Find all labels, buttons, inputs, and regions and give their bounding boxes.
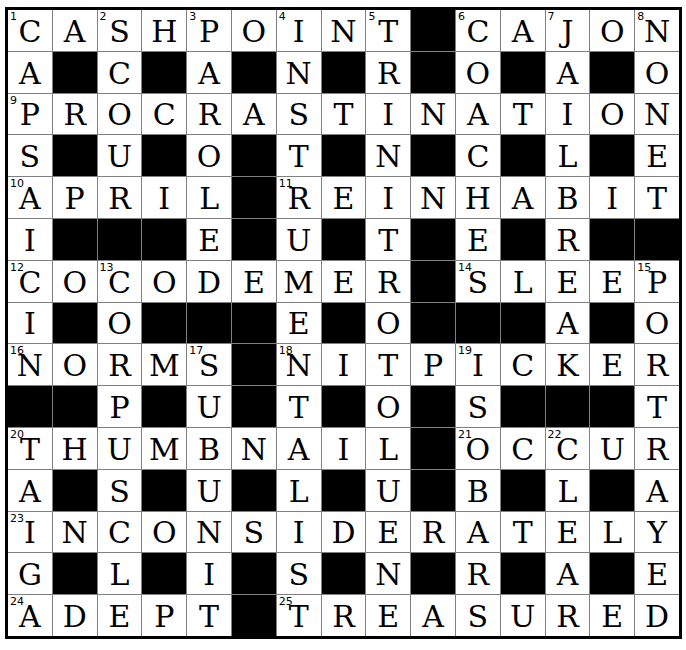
cell-r2c11[interactable]: O bbox=[456, 52, 500, 93]
cell-letter-r4c11: C bbox=[466, 142, 489, 172]
cell-r12c7[interactable]: L bbox=[277, 470, 321, 511]
cell-r1c11[interactable]: 6C bbox=[456, 10, 500, 51]
cell-r13c4[interactable]: O bbox=[142, 512, 186, 553]
black-cell-r4c6 bbox=[232, 135, 276, 176]
cell-r7c5[interactable]: D bbox=[187, 261, 231, 302]
cell-r5c14[interactable]: I bbox=[590, 177, 634, 218]
cell-r1c12[interactable]: A bbox=[501, 10, 545, 51]
cell-letter-r14c15: E bbox=[646, 560, 668, 590]
cell-letter-r1c2: A bbox=[64, 17, 86, 47]
cell-letter-r3c2: R bbox=[63, 100, 86, 130]
cell-r7c2[interactable]: O bbox=[53, 261, 97, 302]
cell-r7c7[interactable]: M bbox=[277, 261, 321, 302]
cell-r6c11[interactable]: E bbox=[456, 219, 500, 260]
clue-number-16: 16 bbox=[10, 345, 24, 356]
cell-r15c1[interactable]: 24A bbox=[8, 595, 52, 636]
cell-r12c13[interactable]: L bbox=[546, 470, 590, 511]
clue-number-13: 13 bbox=[100, 262, 114, 273]
cell-r7c14[interactable]: E bbox=[590, 261, 634, 302]
cell-r3c15[interactable]: N bbox=[635, 94, 679, 135]
black-cell-r14c2 bbox=[53, 553, 97, 594]
black-cell-r5c6 bbox=[232, 177, 276, 218]
cell-r6c13[interactable]: R bbox=[546, 219, 590, 260]
cell-r3c12[interactable]: T bbox=[501, 94, 545, 135]
cell-r5c12[interactable]: A bbox=[501, 177, 545, 218]
cell-r10c9[interactable]: O bbox=[366, 386, 410, 427]
cell-r10c11[interactable]: S bbox=[456, 386, 500, 427]
cell-letter-r7c13: E bbox=[557, 268, 579, 298]
cell-r9c1[interactable]: 16N bbox=[8, 344, 52, 385]
black-cell-r8c2 bbox=[53, 303, 97, 344]
clue-number-3: 3 bbox=[189, 11, 196, 22]
cell-r11c12[interactable]: C bbox=[501, 428, 545, 469]
cell-r5c3[interactable]: R bbox=[98, 177, 142, 218]
cell-r13c13[interactable]: E bbox=[546, 512, 590, 553]
cell-r1c5[interactable]: 3P bbox=[187, 10, 231, 51]
cell-r5c9[interactable]: I bbox=[366, 177, 410, 218]
cell-r4c3[interactable]: U bbox=[98, 135, 142, 176]
clue-number-18: 18 bbox=[279, 345, 293, 356]
cell-r5c5[interactable]: L bbox=[187, 177, 231, 218]
cell-letter-r2c1: A bbox=[19, 59, 41, 89]
clue-number-12: 12 bbox=[10, 262, 24, 273]
cell-r13c10[interactable]: R bbox=[411, 512, 455, 553]
cell-letter-r13c1: I bbox=[24, 518, 36, 548]
cell-letter-r10c11: S bbox=[468, 393, 489, 423]
cell-letter-r8c7: E bbox=[288, 309, 310, 339]
cell-r7c11[interactable]: 14S bbox=[456, 261, 500, 302]
cell-r13c15[interactable]: Y bbox=[635, 512, 679, 553]
cell-letter-r6c9: T bbox=[378, 226, 398, 256]
black-cell-r12c4 bbox=[142, 470, 186, 511]
cell-letter-r13c13: E bbox=[557, 518, 579, 548]
cell-r4c15[interactable]: E bbox=[635, 135, 679, 176]
cell-r3c14[interactable]: O bbox=[590, 94, 634, 135]
cell-letter-r6c5: E bbox=[198, 226, 220, 256]
cell-letter-r5c5: L bbox=[199, 184, 219, 214]
cell-r5c7[interactable]: 11R bbox=[277, 177, 321, 218]
cell-r11c6[interactable]: N bbox=[232, 428, 276, 469]
cell-r13c2[interactable]: N bbox=[53, 512, 97, 553]
cell-r14c9[interactable]: N bbox=[366, 553, 410, 594]
cell-r1c1[interactable]: 1C bbox=[8, 10, 52, 51]
cell-letter-r9c14: E bbox=[601, 351, 623, 381]
cell-r3c2[interactable]: R bbox=[53, 94, 97, 135]
cell-r9c14[interactable]: E bbox=[590, 344, 634, 385]
cell-r12c3[interactable]: S bbox=[98, 470, 142, 511]
cell-r3c3[interactable]: O bbox=[98, 94, 142, 135]
cell-r1c8[interactable]: N bbox=[322, 10, 366, 51]
cell-r6c5[interactable]: E bbox=[187, 219, 231, 260]
cell-r3c7[interactable]: S bbox=[277, 94, 321, 135]
clue-number-5: 5 bbox=[368, 11, 375, 22]
cell-letter-r11c9: L bbox=[378, 435, 398, 465]
cell-letter-r3c12: T bbox=[513, 100, 533, 130]
cell-r13c12[interactable]: T bbox=[501, 512, 545, 553]
cell-r13c11[interactable]: A bbox=[456, 512, 500, 553]
cell-letter-r7c7: M bbox=[283, 268, 314, 298]
black-cell-r6c14 bbox=[590, 219, 634, 260]
cell-r2c1[interactable]: A bbox=[8, 52, 52, 93]
cell-r4c13[interactable]: L bbox=[546, 135, 590, 176]
cell-r12c9[interactable]: U bbox=[366, 470, 410, 511]
black-cell-r8c11 bbox=[456, 303, 500, 344]
cell-r9c15[interactable]: R bbox=[635, 344, 679, 385]
cell-r5c1[interactable]: 10A bbox=[8, 177, 52, 218]
cell-letter-r1c1: C bbox=[18, 17, 41, 47]
cell-letter-r1c11: C bbox=[466, 17, 489, 47]
cell-r15c11[interactable]: S bbox=[456, 595, 500, 636]
cell-letter-r13c7: I bbox=[293, 518, 305, 548]
cell-letter-r13c6: S bbox=[244, 518, 265, 548]
cell-letter-r2c13: A bbox=[557, 59, 579, 89]
cell-letter-r1c12: A bbox=[512, 17, 534, 47]
cell-r5c2[interactable]: P bbox=[53, 177, 97, 218]
cell-letter-r14c11: R bbox=[467, 560, 490, 590]
cell-r9c10[interactable]: P bbox=[411, 344, 455, 385]
cell-r11c2[interactable]: H bbox=[53, 428, 97, 469]
cell-letter-r8c15: O bbox=[645, 309, 670, 339]
cell-r5c8[interactable]: E bbox=[322, 177, 366, 218]
black-cell-r12c10 bbox=[411, 470, 455, 511]
cell-letter-r9c3: R bbox=[108, 351, 131, 381]
cell-r1c7[interactable]: 4I bbox=[277, 10, 321, 51]
cell-r4c1[interactable]: S bbox=[8, 135, 52, 176]
cell-r2c13[interactable]: A bbox=[546, 52, 590, 93]
cell-r3c9[interactable]: I bbox=[366, 94, 410, 135]
cell-r11c3[interactable]: U bbox=[98, 428, 142, 469]
cell-letter-r3c10: N bbox=[420, 100, 446, 130]
cell-letter-r14c9: N bbox=[375, 560, 401, 590]
cell-letter-r7c4: O bbox=[152, 268, 177, 298]
cell-r15c7[interactable]: 25T bbox=[277, 595, 321, 636]
cell-letter-r9c11: I bbox=[472, 351, 484, 381]
cell-r9c9[interactable]: T bbox=[366, 344, 410, 385]
cell-r10c15[interactable]: T bbox=[635, 386, 679, 427]
cell-letter-r7c5: D bbox=[197, 268, 221, 298]
black-cell-r10c6 bbox=[232, 386, 276, 427]
cell-r3c5[interactable]: R bbox=[187, 94, 231, 135]
cell-letter-r13c9: E bbox=[377, 518, 399, 548]
black-cell-r12c14 bbox=[590, 470, 634, 511]
cell-letter-r4c9: N bbox=[375, 142, 401, 172]
cell-letter-r3c3: O bbox=[107, 100, 132, 130]
cell-r14c15[interactable]: E bbox=[635, 553, 679, 594]
black-cell-r2c10 bbox=[411, 52, 455, 93]
cell-letter-r3c1: P bbox=[20, 100, 40, 130]
cell-r13c1[interactable]: 23I bbox=[8, 512, 52, 553]
black-cell-r12c12 bbox=[501, 470, 545, 511]
cell-r3c8[interactable]: T bbox=[322, 94, 366, 135]
black-cell-r6c6 bbox=[232, 219, 276, 260]
clue-number-14: 14 bbox=[458, 262, 472, 273]
cell-r15c14[interactable]: E bbox=[590, 595, 634, 636]
black-cell-r4c14 bbox=[590, 135, 634, 176]
cell-letter-r7c6: E bbox=[243, 268, 265, 298]
black-cell-r2c14 bbox=[590, 52, 634, 93]
cell-letter-r5c3: R bbox=[108, 184, 131, 214]
cell-r13c9[interactable]: E bbox=[366, 512, 410, 553]
cell-letter-r6c13: R bbox=[556, 226, 579, 256]
cell-r2c3[interactable]: C bbox=[98, 52, 142, 93]
cell-r7c1[interactable]: 12C bbox=[8, 261, 52, 302]
black-cell-r10c10 bbox=[411, 386, 455, 427]
black-cell-r8c8 bbox=[322, 303, 366, 344]
cell-r15c3[interactable]: E bbox=[98, 595, 142, 636]
cell-r4c11[interactable]: C bbox=[456, 135, 500, 176]
cell-r1c6[interactable]: O bbox=[232, 10, 276, 51]
cell-letter-r13c14: L bbox=[602, 518, 622, 548]
cell-r7c13[interactable]: E bbox=[546, 261, 590, 302]
cell-r12c15[interactable]: A bbox=[635, 470, 679, 511]
black-cell-r12c8 bbox=[322, 470, 366, 511]
cell-letter-r5c8: E bbox=[333, 184, 355, 214]
cell-letter-r3c13: I bbox=[562, 100, 574, 130]
cell-r3c13[interactable]: I bbox=[546, 94, 590, 135]
cell-r7c4[interactable]: O bbox=[142, 261, 186, 302]
cell-r7c12[interactable]: L bbox=[501, 261, 545, 302]
cell-letter-r11c12: C bbox=[511, 435, 534, 465]
cell-letter-r4c13: L bbox=[558, 142, 578, 172]
cell-r10c3[interactable]: P bbox=[98, 386, 142, 427]
cell-letter-r11c7: A bbox=[288, 435, 310, 465]
cell-r15c5[interactable]: T bbox=[187, 595, 231, 636]
cell-r7c15[interactable]: 15P bbox=[635, 261, 679, 302]
cell-r11c9[interactable]: L bbox=[366, 428, 410, 469]
cell-r6c1[interactable]: I bbox=[8, 219, 52, 260]
cell-letter-r15c9: E bbox=[377, 602, 399, 632]
black-cell-r1c10 bbox=[411, 10, 455, 51]
black-cell-r8c6 bbox=[232, 303, 276, 344]
clue-number-9: 9 bbox=[10, 95, 17, 106]
black-cell-r2c12 bbox=[501, 52, 545, 93]
cell-letter-r1c15: N bbox=[644, 17, 670, 47]
cell-letter-r15c4: P bbox=[154, 602, 174, 632]
clue-number-7: 7 bbox=[548, 11, 555, 22]
cell-r14c3[interactable]: L bbox=[98, 553, 142, 594]
cell-r13c14[interactable]: L bbox=[590, 512, 634, 553]
cell-r1c14[interactable]: O bbox=[590, 10, 634, 51]
cell-letter-r2c5: A bbox=[198, 59, 220, 89]
black-cell-r4c4 bbox=[142, 135, 186, 176]
black-cell-r2c6 bbox=[232, 52, 276, 93]
cell-r6c9[interactable]: T bbox=[366, 219, 410, 260]
cell-r12c1[interactable]: A bbox=[8, 470, 52, 511]
black-cell-r6c4 bbox=[142, 219, 186, 260]
cell-letter-r1c13: J bbox=[561, 17, 573, 47]
black-cell-r2c4 bbox=[142, 52, 186, 93]
cell-r14c7[interactable]: S bbox=[277, 553, 321, 594]
cell-r5c10[interactable]: N bbox=[411, 177, 455, 218]
cell-letter-r1c3: S bbox=[109, 17, 130, 47]
cell-r1c2[interactable]: A bbox=[53, 10, 97, 51]
cell-letter-r12c7: L bbox=[289, 477, 309, 507]
cell-letter-r5c14: I bbox=[606, 184, 618, 214]
clue-number-22: 22 bbox=[548, 429, 562, 440]
cell-r3c1[interactable]: 9P bbox=[8, 94, 52, 135]
cell-r9c5[interactable]: 17S bbox=[187, 344, 231, 385]
cell-r1c15[interactable]: 8N bbox=[635, 10, 679, 51]
cell-r11c4[interactable]: M bbox=[142, 428, 186, 469]
cell-r1c4[interactable]: H bbox=[142, 10, 186, 51]
cell-letter-r3c5: R bbox=[198, 100, 221, 130]
cell-r11c14[interactable]: U bbox=[590, 428, 634, 469]
cell-r6c7[interactable]: U bbox=[277, 219, 321, 260]
cell-letter-r13c12: T bbox=[513, 518, 533, 548]
cell-letter-r9c2: O bbox=[62, 351, 87, 381]
cell-letter-r8c1: I bbox=[24, 309, 36, 339]
clue-number-25: 25 bbox=[279, 596, 293, 607]
cell-r1c13[interactable]: 7J bbox=[546, 10, 590, 51]
cell-letter-r12c5: U bbox=[196, 477, 221, 507]
black-cell-r7c10 bbox=[411, 261, 455, 302]
cell-r15c2[interactable]: D bbox=[53, 595, 97, 636]
cell-r9c4[interactable]: M bbox=[142, 344, 186, 385]
cell-r15c13[interactable]: R bbox=[546, 595, 590, 636]
cell-letter-r11c5: B bbox=[198, 435, 220, 465]
cell-r9c2[interactable]: O bbox=[53, 344, 97, 385]
cell-r10c7[interactable]: T bbox=[277, 386, 321, 427]
cell-r14c1[interactable]: G bbox=[8, 553, 52, 594]
cell-r14c5[interactable]: I bbox=[187, 553, 231, 594]
cell-r4c7[interactable]: T bbox=[277, 135, 321, 176]
cell-letter-r15c2: D bbox=[63, 602, 87, 632]
cell-letter-r5c9: I bbox=[382, 184, 394, 214]
cell-r13c8[interactable]: D bbox=[322, 512, 366, 553]
cell-r1c3[interactable]: 2S bbox=[98, 10, 142, 51]
cell-letter-r11c2: H bbox=[62, 435, 88, 465]
black-cell-r8c12 bbox=[501, 303, 545, 344]
black-cell-r14c12 bbox=[501, 553, 545, 594]
cell-r12c11[interactable]: B bbox=[456, 470, 500, 511]
cell-r9c3[interactable]: R bbox=[98, 344, 142, 385]
cell-r7c6[interactable]: E bbox=[232, 261, 276, 302]
cell-letter-r3c15: N bbox=[644, 100, 670, 130]
cell-r8c7[interactable]: E bbox=[277, 303, 321, 344]
cell-letter-r14c3: L bbox=[110, 560, 130, 590]
cell-r15c10[interactable]: A bbox=[411, 595, 455, 636]
cell-r11c13[interactable]: 22C bbox=[546, 428, 590, 469]
cell-r11c15[interactable]: R bbox=[635, 428, 679, 469]
clue-number-1: 1 bbox=[10, 11, 17, 22]
black-cell-r14c8 bbox=[322, 553, 366, 594]
cell-letter-r12c15: A bbox=[646, 477, 668, 507]
black-cell-r4c2 bbox=[53, 135, 97, 176]
cell-letter-r2c11: O bbox=[466, 59, 491, 89]
cell-r14c13[interactable]: A bbox=[546, 553, 590, 594]
cell-r9c12[interactable]: C bbox=[501, 344, 545, 385]
cell-letter-r4c7: T bbox=[289, 142, 309, 172]
cell-letter-r1c6: O bbox=[242, 17, 267, 47]
cell-letter-r10c15: T bbox=[647, 393, 667, 423]
black-cell-r2c8 bbox=[322, 52, 366, 93]
cell-r2c7[interactable]: N bbox=[277, 52, 321, 93]
cell-r11c8[interactable]: I bbox=[322, 428, 366, 469]
cell-r13c7[interactable]: I bbox=[277, 512, 321, 553]
cell-r4c9[interactable]: N bbox=[366, 135, 410, 176]
cell-r13c6[interactable]: S bbox=[232, 512, 276, 553]
cell-r11c5[interactable]: B bbox=[187, 428, 231, 469]
cell-r8c13[interactable]: A bbox=[546, 303, 590, 344]
cell-letter-r1c14: O bbox=[600, 17, 625, 47]
cell-r15c15[interactable]: D bbox=[635, 595, 679, 636]
cell-r2c9[interactable]: R bbox=[366, 52, 410, 93]
black-cell-r8c10 bbox=[411, 303, 455, 344]
cell-r15c12[interactable]: U bbox=[501, 595, 545, 636]
cell-letter-r9c13: K bbox=[556, 351, 578, 381]
cell-r8c15[interactable]: O bbox=[635, 303, 679, 344]
cell-letter-r8c3: O bbox=[107, 309, 132, 339]
cell-r3c11[interactable]: A bbox=[456, 94, 500, 135]
cell-r13c5[interactable]: N bbox=[187, 512, 231, 553]
cell-r5c15[interactable]: T bbox=[635, 177, 679, 218]
cell-r2c15[interactable]: O bbox=[635, 52, 679, 93]
cell-letter-r5c4: I bbox=[158, 184, 170, 214]
cell-r7c9[interactable]: R bbox=[366, 261, 410, 302]
cell-r3c6[interactable]: A bbox=[232, 94, 276, 135]
black-cell-r4c12 bbox=[501, 135, 545, 176]
cell-r5c4[interactable]: I bbox=[142, 177, 186, 218]
cell-r2c5[interactable]: A bbox=[187, 52, 231, 93]
cell-r4c5[interactable]: O bbox=[187, 135, 231, 176]
cell-r11c7[interactable]: A bbox=[277, 428, 321, 469]
cell-letter-r7c14: E bbox=[601, 268, 623, 298]
cell-letter-r8c9: O bbox=[376, 309, 401, 339]
cell-letter-r13c4: O bbox=[152, 518, 177, 548]
clue-number-15: 15 bbox=[637, 262, 651, 273]
cell-letter-r9c15: R bbox=[646, 351, 669, 381]
cell-r7c8[interactable]: E bbox=[322, 261, 366, 302]
black-cell-r6c10 bbox=[411, 219, 455, 260]
black-cell-r6c12 bbox=[501, 219, 545, 260]
cell-r9c13[interactable]: K bbox=[546, 344, 590, 385]
black-cell-r9c6 bbox=[232, 344, 276, 385]
black-cell-r14c14 bbox=[590, 553, 634, 594]
cell-r7c3[interactable]: 13C bbox=[98, 261, 142, 302]
cell-letter-r3c9: I bbox=[382, 100, 394, 130]
cell-r8c1[interactable]: I bbox=[8, 303, 52, 344]
cell-r3c4[interactable]: C bbox=[142, 94, 186, 135]
cell-r8c9[interactable]: O bbox=[366, 303, 410, 344]
cell-letter-r11c8: I bbox=[338, 435, 350, 465]
black-cell-r10c1 bbox=[8, 386, 52, 427]
cell-r3c10[interactable]: N bbox=[411, 94, 455, 135]
cell-r8c3[interactable]: O bbox=[98, 303, 142, 344]
cell-r12c5[interactable]: U bbox=[187, 470, 231, 511]
cell-r10c5[interactable]: U bbox=[187, 386, 231, 427]
cell-r5c13[interactable]: B bbox=[546, 177, 590, 218]
cell-r11c11[interactable]: 21O bbox=[456, 428, 500, 469]
cell-r15c4[interactable]: P bbox=[142, 595, 186, 636]
cell-letter-r4c3: U bbox=[107, 142, 132, 172]
cell-r9c8[interactable]: I bbox=[322, 344, 366, 385]
cell-r1c9[interactable]: 5T bbox=[366, 10, 410, 51]
cell-r13c3[interactable]: C bbox=[98, 512, 142, 553]
cell-letter-r3c7: S bbox=[288, 100, 309, 130]
cell-letter-r11c3: U bbox=[107, 435, 132, 465]
cell-r11c1[interactable]: 20T bbox=[8, 428, 52, 469]
cell-r9c11[interactable]: 19I bbox=[456, 344, 500, 385]
black-cell-r6c3 bbox=[98, 219, 142, 260]
cell-r5c11[interactable]: H bbox=[456, 177, 500, 218]
cell-letter-r5c13: B bbox=[556, 184, 578, 214]
cell-letter-r12c1: A bbox=[19, 477, 41, 507]
cell-r9c7[interactable]: 18N bbox=[277, 344, 321, 385]
cell-r15c8[interactable]: R bbox=[322, 595, 366, 636]
cell-letter-r13c15: Y bbox=[647, 518, 667, 548]
cell-r15c9[interactable]: E bbox=[366, 595, 410, 636]
cell-r14c11[interactable]: R bbox=[456, 553, 500, 594]
